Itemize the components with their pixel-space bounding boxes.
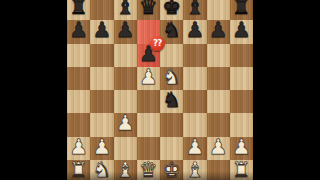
piece-wP-h2[interactable]: ♟ — [232, 137, 251, 158]
square-g2[interactable]: ♟ — [207, 137, 230, 160]
square-a6[interactable] — [67, 44, 90, 67]
piece-wP-f2[interactable]: ♟ — [185, 137, 204, 158]
square-b3[interactable] — [90, 113, 113, 136]
square-h6[interactable] — [230, 44, 253, 67]
square-e1[interactable]: ♚ — [160, 160, 183, 180]
piece-bP-b7[interactable]: ♟ — [92, 20, 111, 41]
piece-wP-g2[interactable]: ♟ — [209, 137, 228, 158]
square-a1[interactable]: ♜ — [67, 160, 90, 180]
square-e3[interactable] — [160, 113, 183, 136]
square-c1[interactable]: ♝ — [114, 160, 137, 180]
chess-app-frame: ♜♝♛♚♝♜♟♟♟♞♟♟♟♟♟♞♞♟♟♟♟♟♟♜♞♝♛♚♝♜ ?? — [0, 0, 320, 180]
piece-wP-c3[interactable]: ♟ — [116, 113, 135, 134]
square-h5[interactable] — [230, 67, 253, 90]
square-b7[interactable]: ♟ — [90, 20, 113, 43]
square-a7[interactable]: ♟ — [67, 20, 90, 43]
square-b5[interactable] — [90, 67, 113, 90]
piece-wN-e5[interactable]: ♞ — [162, 67, 181, 88]
piece-wB-c1[interactable]: ♝ — [116, 160, 135, 180]
square-c5[interactable] — [114, 67, 137, 90]
square-g1[interactable] — [207, 160, 230, 180]
square-f8[interactable]: ♝ — [183, 0, 206, 20]
square-b6[interactable] — [90, 44, 113, 67]
square-f1[interactable]: ♝ — [183, 160, 206, 180]
piece-bP-c7[interactable]: ♟ — [116, 20, 135, 41]
square-d2[interactable] — [137, 137, 160, 160]
square-f7[interactable]: ♟ — [183, 20, 206, 43]
square-f4[interactable] — [183, 90, 206, 113]
letterbox-right-bar — [253, 0, 320, 180]
piece-wP-b2[interactable]: ♟ — [92, 137, 111, 158]
square-f2[interactable]: ♟ — [183, 137, 206, 160]
piece-wP-a2[interactable]: ♟ — [69, 137, 88, 158]
square-h3[interactable] — [230, 113, 253, 136]
square-c6[interactable] — [114, 44, 137, 67]
square-a2[interactable]: ♟ — [67, 137, 90, 160]
piece-bN-e7[interactable]: ♞ — [162, 20, 181, 41]
square-e5[interactable]: ♞ — [160, 67, 183, 90]
chess-board: ♜♝♛♚♝♜♟♟♟♞♟♟♟♟♟♞♞♟♟♟♟♟♟♜♞♝♛♚♝♜ — [67, 0, 253, 180]
square-c2[interactable] — [114, 137, 137, 160]
piece-bK-e8[interactable]: ♚ — [162, 0, 181, 18]
blunder-badge-label: ?? — [153, 39, 161, 48]
square-b4[interactable] — [90, 90, 113, 113]
square-d4[interactable] — [137, 90, 160, 113]
square-e2[interactable] — [160, 137, 183, 160]
square-g6[interactable] — [207, 44, 230, 67]
square-h4[interactable] — [230, 90, 253, 113]
blunder-badge: ?? — [150, 36, 165, 51]
square-d5[interactable]: ♟ — [137, 67, 160, 90]
piece-bP-g7[interactable]: ♟ — [209, 20, 228, 41]
piece-bR-h8[interactable]: ♜ — [232, 0, 251, 18]
piece-wN-b1[interactable]: ♞ — [92, 160, 111, 180]
piece-bQ-d8[interactable]: ♛ — [139, 0, 158, 18]
square-h2[interactable]: ♟ — [230, 137, 253, 160]
square-h1[interactable]: ♜ — [230, 160, 253, 180]
square-f3[interactable] — [183, 113, 206, 136]
square-e8[interactable]: ♚ — [160, 0, 183, 20]
square-c3[interactable]: ♟ — [114, 113, 137, 136]
piece-wB-f1[interactable]: ♝ — [185, 160, 204, 180]
square-e4[interactable]: ♞ — [160, 90, 183, 113]
square-c8[interactable]: ♝ — [114, 0, 137, 20]
square-d3[interactable] — [137, 113, 160, 136]
square-g3[interactable] — [207, 113, 230, 136]
piece-bR-a8[interactable]: ♜ — [69, 0, 88, 18]
piece-bP-h7[interactable]: ♟ — [232, 20, 251, 41]
piece-wR-a1[interactable]: ♜ — [69, 160, 88, 180]
square-g4[interactable] — [207, 90, 230, 113]
square-c4[interactable] — [114, 90, 137, 113]
square-b2[interactable]: ♟ — [90, 137, 113, 160]
square-d1[interactable]: ♛ — [137, 160, 160, 180]
piece-wP-d5[interactable]: ♟ — [139, 67, 158, 88]
piece-bB-f8[interactable]: ♝ — [185, 0, 204, 18]
piece-bB-c8[interactable]: ♝ — [116, 0, 135, 18]
square-f6[interactable] — [183, 44, 206, 67]
square-f5[interactable] — [183, 67, 206, 90]
square-c7[interactable]: ♟ — [114, 20, 137, 43]
square-d8[interactable]: ♛ — [137, 0, 160, 20]
square-a5[interactable] — [67, 67, 90, 90]
square-b1[interactable]: ♞ — [90, 160, 113, 180]
square-a3[interactable] — [67, 113, 90, 136]
letterbox-left-bar — [0, 0, 67, 180]
square-a8[interactable]: ♜ — [67, 0, 90, 20]
piece-bP-f7[interactable]: ♟ — [185, 20, 204, 41]
square-g7[interactable]: ♟ — [207, 20, 230, 43]
square-g8[interactable] — [207, 0, 230, 20]
piece-bN-e4[interactable]: ♞ — [162, 90, 181, 111]
square-b8[interactable] — [90, 0, 113, 20]
square-a4[interactable] — [67, 90, 90, 113]
piece-wQ-d1[interactable]: ♛ — [139, 160, 158, 180]
piece-wR-h1[interactable]: ♜ — [232, 160, 251, 180]
square-g5[interactable] — [207, 67, 230, 90]
piece-bP-a7[interactable]: ♟ — [69, 20, 88, 41]
square-h8[interactable]: ♜ — [230, 0, 253, 20]
piece-wK-e1[interactable]: ♚ — [162, 160, 181, 180]
square-h7[interactable]: ♟ — [230, 20, 253, 43]
